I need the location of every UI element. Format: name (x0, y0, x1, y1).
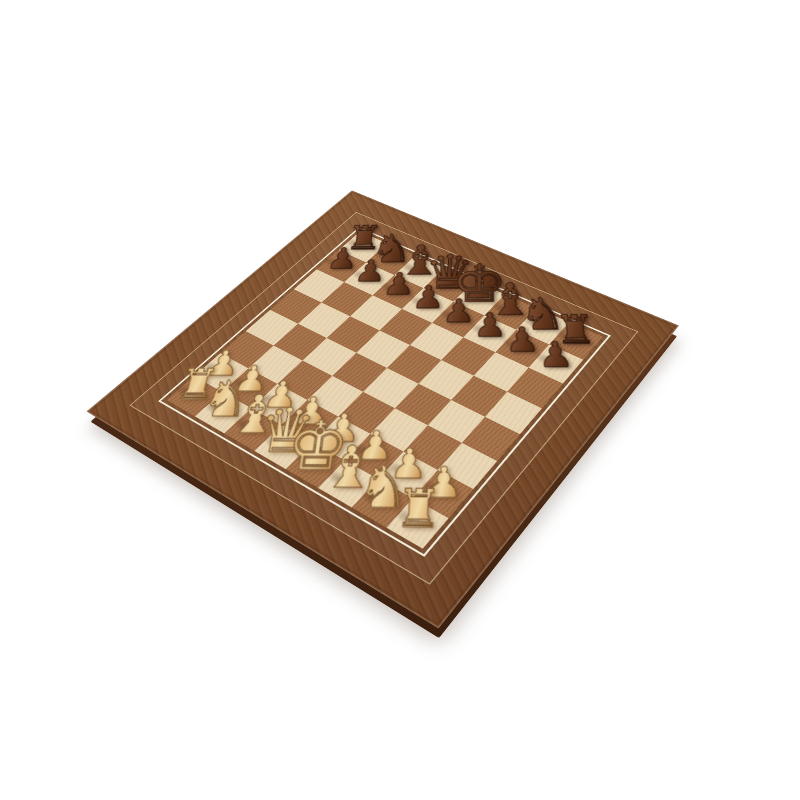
square-f4 (395, 384, 451, 426)
square-e4 (363, 368, 418, 408)
white-bishop-glyph: ♝ (320, 438, 379, 497)
photo-background: ♜♞♝♛♚♝♞♜♟♟♟♟♟♟♟♟♟♟♟♟♟♟♟♟♜♞♝♛♚♝♞♜ (0, 0, 800, 800)
black-pawn-glyph: ♟ (537, 337, 574, 372)
square-h5 (485, 392, 542, 434)
white-pawn-glyph: ♟ (423, 460, 463, 503)
white-pawn-glyph: ♟ (388, 442, 428, 484)
piece-shadow (375, 453, 427, 488)
piece-shadow (316, 462, 367, 498)
square-g1 (352, 479, 413, 528)
piece-shadow (349, 481, 401, 518)
square-d1 (254, 425, 312, 469)
white-pawn-glyph: ♟ (355, 425, 395, 465)
square-h1 (387, 498, 449, 548)
square-f1 (318, 460, 378, 507)
chess-board: ♜♞♝♛♚♝♞♜♟♟♟♟♟♟♟♟♟♟♟♟♟♟♟♟♜♞♝♛♚♝♞♜ (86, 190, 679, 628)
piece-shadow (384, 500, 438, 538)
square-h6 (507, 368, 563, 409)
square-h3 (438, 443, 497, 489)
square-h4 (462, 417, 520, 461)
piece-shadow (253, 427, 302, 460)
board-frame: ♜♞♝♛♚♝♞♜♟♟♟♟♟♟♟♟♟♟♟♟♟♟♟♟♜♞♝♛♚♝♞♜ (86, 190, 679, 628)
white-knight-glyph: ♞ (355, 458, 411, 517)
square-f2 (345, 434, 404, 479)
square-g4 (428, 400, 485, 443)
pieces-layer: ♜♞♝♛♚♝♞♜♟♟♟♟♟♟♟♟♟♟♟♟♟♟♟♟♜♞♝♛♚♝♞♜ (167, 232, 603, 549)
square-g2 (378, 452, 438, 499)
piece-shadow (342, 435, 392, 469)
white-king-glyph: ♚ (281, 412, 352, 481)
square-g5 (451, 376, 507, 417)
square-g3 (404, 425, 462, 470)
piece-shadow (410, 472, 463, 509)
square-h2 (413, 470, 474, 518)
square-f5 (419, 360, 474, 400)
square-f3 (370, 408, 427, 451)
piece-shadow (284, 444, 334, 478)
white-rook-glyph: ♜ (393, 482, 442, 536)
square-e1 (286, 442, 345, 488)
